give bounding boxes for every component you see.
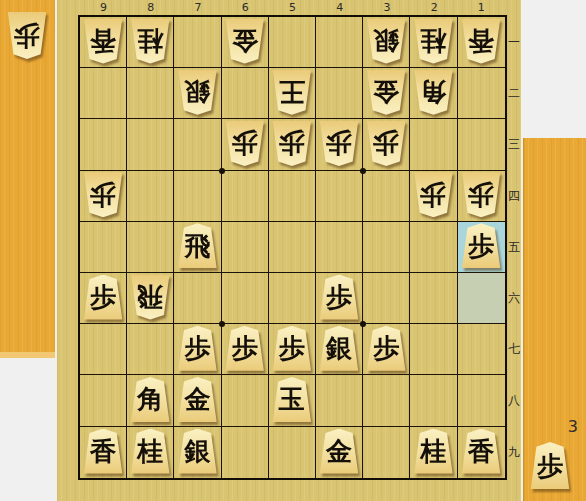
square-5-1[interactable]: [269, 17, 316, 68]
file-label-6: 6: [222, 1, 269, 14]
piece-body: 角: [130, 377, 170, 422]
square-6-6[interactable]: [222, 273, 269, 324]
piece-kanji: 歩: [326, 130, 352, 156]
piece-body: 桂: [130, 429, 170, 474]
gote-hand-pawn[interactable]: 歩: [7, 12, 47, 59]
piece-kanji: 銀: [184, 438, 210, 464]
file-label-1: 1: [458, 1, 505, 14]
piece-kanji: 歩: [279, 130, 305, 156]
square-1-5[interactable]: 歩: [458, 222, 505, 273]
square-6-1[interactable]: 金: [222, 17, 269, 68]
piece-kanji: 金: [232, 28, 258, 54]
piece-kanji: 銀: [326, 335, 352, 361]
piece-body: 香: [461, 19, 501, 64]
square-2-7[interactable]: [410, 324, 457, 375]
piece-body: 飛: [177, 223, 217, 268]
square-2-4[interactable]: 歩: [410, 171, 457, 222]
piece-rook[interactable]: 飛: [130, 275, 170, 320]
square-4-1[interactable]: [316, 17, 363, 68]
sente-hand-pawn[interactable]: 歩3: [530, 442, 570, 489]
piece-kanji: 歩: [232, 130, 258, 156]
square-9-5[interactable]: [80, 222, 127, 273]
piece-kanji: 歩: [90, 182, 116, 208]
piece-kanji: 角: [137, 386, 163, 412]
square-2-5[interactable]: [410, 222, 457, 273]
square-5-5[interactable]: [269, 222, 316, 273]
star-point: [360, 168, 366, 174]
square-7-5[interactable]: 飛: [174, 222, 221, 273]
piece-kanji: 歩: [232, 335, 258, 361]
square-7-1[interactable]: [174, 17, 221, 68]
piece-silver[interactable]: 銀: [177, 429, 217, 474]
square-4-8[interactable]: [316, 375, 363, 426]
piece-lance[interactable]: 香: [83, 19, 123, 64]
square-9-3[interactable]: [80, 119, 127, 170]
square-3-1[interactable]: 銀: [363, 17, 410, 68]
piece-body: 銀: [177, 429, 217, 474]
square-6-2[interactable]: [222, 68, 269, 119]
square-7-2[interactable]: 銀: [174, 68, 221, 119]
square-9-7[interactable]: [80, 324, 127, 375]
rank-label-2: 二: [506, 68, 522, 119]
square-3-6[interactable]: [363, 273, 410, 324]
piece-kanji: 歩: [373, 335, 399, 361]
piece-gold[interactable]: 金: [225, 19, 265, 64]
piece-kanji: 王: [279, 79, 305, 105]
square-4-9[interactable]: 金: [316, 427, 363, 478]
file-label-2: 2: [411, 1, 458, 14]
piece-pawn[interactable]: 歩: [83, 275, 123, 320]
square-3-4[interactable]: [363, 171, 410, 222]
piece-body: 歩: [83, 275, 123, 320]
rank-label-3: 三: [506, 119, 522, 170]
piece-kanji: 金: [326, 438, 352, 464]
piece-gold[interactable]: 金: [319, 429, 359, 474]
square-7-4[interactable]: [174, 171, 221, 222]
square-9-8[interactable]: [80, 375, 127, 426]
square-6-4[interactable]: [222, 171, 269, 222]
square-5-4[interactable]: [269, 171, 316, 222]
piece-kanji: 香: [90, 28, 116, 54]
rank-label-5: 五: [506, 222, 522, 273]
square-5-9[interactable]: [269, 427, 316, 478]
square-8-7[interactable]: [127, 324, 174, 375]
sente-hand-tray: 歩3: [523, 138, 586, 501]
piece-body: 歩: [7, 12, 47, 59]
piece-body: 金: [366, 70, 406, 115]
rank-label-7: 七: [506, 324, 522, 375]
piece-gote-king[interactable]: 王: [272, 70, 312, 115]
piece-knight[interactable]: 桂: [413, 19, 453, 64]
piece-body: 銀: [366, 19, 406, 64]
piece-kanji: 桂: [420, 438, 446, 464]
square-3-2[interactable]: 金: [363, 68, 410, 119]
rank-labels: 一二三四五六七八九: [506, 17, 522, 478]
rank-label-6: 六: [506, 273, 522, 324]
piece-body: 歩: [461, 172, 501, 217]
piece-body: 香: [83, 19, 123, 64]
square-1-4[interactable]: 歩: [458, 171, 505, 222]
square-7-6[interactable]: [174, 273, 221, 324]
piece-body: 金: [225, 19, 265, 64]
piece-pawn[interactable]: 歩: [461, 223, 501, 268]
piece-lance[interactable]: 香: [461, 19, 501, 64]
square-7-3[interactable]: [174, 119, 221, 170]
shogi-board: 987654321 一二三四五六七八九 香桂金銀桂香銀王金角歩歩歩歩歩歩歩飛歩歩…: [57, 0, 521, 501]
piece-body: 歩: [83, 172, 123, 217]
piece-body: 歩: [272, 326, 312, 371]
piece-pawn[interactable]: 歩: [272, 121, 312, 166]
rank-label-4: 四: [506, 171, 522, 222]
piece-body: 歩: [177, 326, 217, 371]
piece-rook[interactable]: 飛: [177, 223, 217, 268]
square-8-4[interactable]: [127, 171, 174, 222]
square-6-3[interactable]: 歩: [222, 119, 269, 170]
piece-kanji: 香: [468, 438, 494, 464]
square-8-3[interactable]: [127, 119, 174, 170]
square-3-7[interactable]: 歩: [363, 324, 410, 375]
piece-pawn[interactable]: 歩: [530, 442, 570, 489]
piece-kanji: 桂: [137, 28, 163, 54]
square-1-7[interactable]: [458, 324, 505, 375]
square-4-5[interactable]: [316, 222, 363, 273]
piece-body: 桂: [130, 19, 170, 64]
piece-kanji: 飛: [137, 284, 163, 310]
file-label-7: 7: [174, 1, 221, 14]
piece-pawn[interactable]: 歩: [366, 326, 406, 371]
square-7-9[interactable]: 銀: [174, 427, 221, 478]
square-9-1[interactable]: 香: [80, 17, 127, 68]
square-1-9[interactable]: 香: [458, 427, 505, 478]
piece-kanji: 桂: [137, 438, 163, 464]
piece-kanji: 歩: [14, 23, 40, 49]
gote-hand-tray: 歩: [0, 0, 55, 358]
piece-kanji: 歩: [90, 284, 116, 310]
rank-label-1: 一: [506, 17, 522, 68]
square-9-4[interactable]: 歩: [80, 171, 127, 222]
square-8-6[interactable]: 飛: [127, 273, 174, 324]
piece-silver[interactable]: 銀: [177, 70, 217, 115]
square-2-1[interactable]: 桂: [410, 17, 457, 68]
piece-body: 王: [272, 70, 312, 115]
gote-hand-pieces: 歩: [0, 0, 55, 352]
piece-pawn[interactable]: 歩: [272, 326, 312, 371]
square-1-3[interactable]: [458, 119, 505, 170]
piece-kanji: 角: [420, 79, 446, 105]
piece-kanji: 歩: [537, 453, 563, 479]
piece-body: 歩: [272, 121, 312, 166]
piece-kanji: 歩: [468, 233, 494, 259]
file-label-4: 4: [316, 1, 363, 14]
square-1-8[interactable]: [458, 375, 505, 426]
piece-body: 歩: [319, 121, 359, 166]
square-2-3[interactable]: [410, 119, 457, 170]
star-point: [219, 168, 225, 174]
square-8-2[interactable]: [127, 68, 174, 119]
piece-pawn[interactable]: 歩: [7, 12, 47, 59]
piece-silver[interactable]: 銀: [366, 19, 406, 64]
piece-body: 金: [177, 377, 217, 422]
square-9-2[interactable]: [80, 68, 127, 119]
square-4-6[interactable]: 歩: [316, 273, 363, 324]
rank-label-8: 八: [506, 375, 522, 426]
square-9-9[interactable]: 香: [80, 427, 127, 478]
piece-pawn[interactable]: 歩: [83, 172, 123, 217]
square-2-9[interactable]: 桂: [410, 427, 457, 478]
piece-body: 香: [83, 429, 123, 474]
piece-pawn[interactable]: 歩: [319, 275, 359, 320]
piece-gold[interactable]: 金: [366, 70, 406, 115]
shogi-board-grid: 香桂金銀桂香銀王金角歩歩歩歩歩歩歩飛歩歩飛歩歩歩歩銀歩角金玉香桂銀金桂香: [78, 15, 507, 480]
file-labels: 987654321: [80, 1, 505, 14]
piece-body: 歩: [413, 172, 453, 217]
piece-body: 飛: [130, 275, 170, 320]
square-8-5[interactable]: [127, 222, 174, 273]
square-1-2[interactable]: [458, 68, 505, 119]
square-5-6[interactable]: [269, 273, 316, 324]
square-3-8[interactable]: [363, 375, 410, 426]
piece-kanji: 玉: [279, 386, 305, 412]
piece-body: 銀: [319, 326, 359, 371]
square-5-8[interactable]: 玉: [269, 375, 316, 426]
piece-kanji: 飛: [184, 233, 210, 259]
file-label-8: 8: [127, 1, 174, 14]
square-8-8[interactable]: 角: [127, 375, 174, 426]
piece-lance[interactable]: 香: [461, 429, 501, 474]
square-2-6[interactable]: [410, 273, 457, 324]
square-6-7[interactable]: 歩: [222, 324, 269, 375]
square-7-7[interactable]: 歩: [174, 324, 221, 375]
piece-body: 歩: [366, 121, 406, 166]
piece-kanji: 歩: [279, 335, 305, 361]
square-6-5[interactable]: [222, 222, 269, 273]
file-label-3: 3: [363, 1, 410, 14]
piece-kanji: 香: [90, 438, 116, 464]
square-4-3[interactable]: 歩: [316, 119, 363, 170]
piece-kanji: 歩: [420, 182, 446, 208]
piece-lance[interactable]: 香: [83, 429, 123, 474]
piece-bishop[interactable]: 角: [413, 70, 453, 115]
square-3-9[interactable]: [363, 427, 410, 478]
piece-body: 金: [319, 429, 359, 474]
square-5-7[interactable]: 歩: [269, 324, 316, 375]
rank-label-9: 九: [506, 427, 522, 478]
square-5-3[interactable]: 歩: [269, 119, 316, 170]
square-3-5[interactable]: [363, 222, 410, 273]
square-1-6[interactable]: [458, 273, 505, 324]
piece-gold[interactable]: 金: [177, 377, 217, 422]
piece-body: 銀: [177, 70, 217, 115]
piece-body: 香: [461, 429, 501, 474]
piece-kanji: 銀: [373, 28, 399, 54]
piece-pawn[interactable]: 歩: [319, 121, 359, 166]
piece-pawn[interactable]: 歩: [413, 172, 453, 217]
piece-body: 歩: [461, 223, 501, 268]
piece-pawn[interactable]: 歩: [225, 326, 265, 371]
file-label-9: 9: [80, 1, 127, 14]
piece-kanji: 金: [184, 386, 210, 412]
piece-knight[interactable]: 桂: [130, 19, 170, 64]
piece-body: 歩: [530, 442, 570, 489]
piece-body: 歩: [319, 275, 359, 320]
piece-sente-king[interactable]: 玉: [272, 377, 312, 422]
piece-kanji: 銀: [184, 79, 210, 105]
piece-pawn[interactable]: 歩: [366, 121, 406, 166]
square-2-8[interactable]: [410, 375, 457, 426]
square-4-2[interactable]: [316, 68, 363, 119]
piece-silver[interactable]: 銀: [319, 326, 359, 371]
piece-kanji: 歩: [373, 130, 399, 156]
piece-body: 歩: [366, 326, 406, 371]
piece-body: 角: [413, 70, 453, 115]
square-4-7[interactable]: 銀: [316, 324, 363, 375]
square-8-9[interactable]: 桂: [127, 427, 174, 478]
piece-knight[interactable]: 桂: [413, 429, 453, 474]
piece-body: 桂: [413, 429, 453, 474]
piece-kanji: 歩: [184, 335, 210, 361]
piece-kanji: 歩: [468, 182, 494, 208]
piece-body: 玉: [272, 377, 312, 422]
piece-pawn[interactable]: 歩: [177, 326, 217, 371]
piece-knight[interactable]: 桂: [130, 429, 170, 474]
square-6-8[interactable]: [222, 375, 269, 426]
square-1-1[interactable]: 香: [458, 17, 505, 68]
square-3-3[interactable]: 歩: [363, 119, 410, 170]
piece-bishop[interactable]: 角: [130, 377, 170, 422]
square-6-9[interactable]: [222, 427, 269, 478]
app-background: 歩 987654321 一二三四五六七八九 香桂金銀桂香銀王金角歩歩歩歩歩歩歩飛…: [0, 0, 586, 501]
piece-kanji: 桂: [420, 28, 446, 54]
square-5-2[interactable]: 王: [269, 68, 316, 119]
piece-body: 桂: [413, 19, 453, 64]
hand-count: 3: [568, 417, 578, 436]
square-7-8[interactable]: 金: [174, 375, 221, 426]
piece-pawn[interactable]: 歩: [225, 121, 265, 166]
piece-kanji: 金: [373, 79, 399, 105]
piece-kanji: 歩: [326, 284, 352, 310]
square-9-6[interactable]: 歩: [80, 273, 127, 324]
piece-body: 歩: [225, 326, 265, 371]
piece-kanji: 香: [468, 28, 494, 54]
piece-pawn[interactable]: 歩: [461, 172, 501, 217]
square-8-1[interactable]: 桂: [127, 17, 174, 68]
piece-body: 歩: [225, 121, 265, 166]
file-label-5: 5: [269, 1, 316, 14]
square-4-4[interactable]: [316, 171, 363, 222]
square-2-2[interactable]: 角: [410, 68, 457, 119]
sente-hand-pieces: 歩3: [524, 138, 586, 501]
